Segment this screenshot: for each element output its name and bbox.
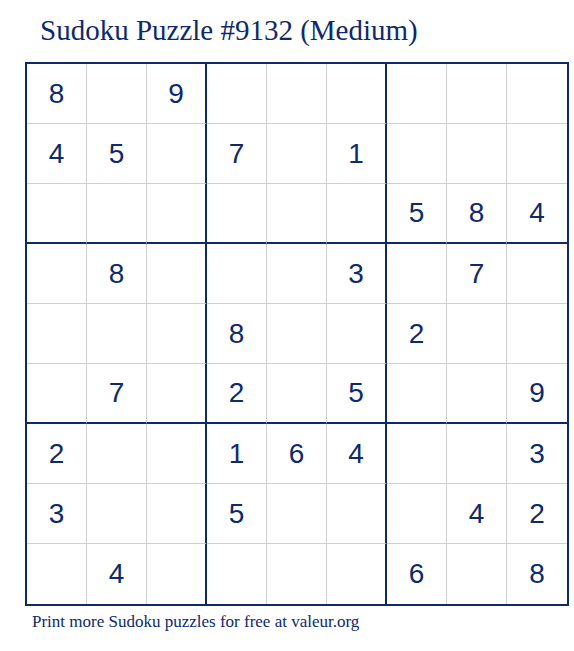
cell-r1c4 [207, 64, 267, 124]
cell-r3c9: 4 [507, 184, 567, 244]
cell-r9c5 [267, 544, 327, 604]
cell-r7c9: 3 [507, 424, 567, 484]
cell-r3c6 [327, 184, 387, 244]
cell-r9c8 [447, 544, 507, 604]
cell-r7c5: 6 [267, 424, 327, 484]
cell-r9c3 [147, 544, 207, 604]
cell-r3c4 [207, 184, 267, 244]
page-title: Sudoku Puzzle #9132 (Medium) [40, 14, 418, 47]
cell-r1c3: 9 [147, 64, 207, 124]
cell-r4c3 [147, 244, 207, 304]
cell-r3c2 [87, 184, 147, 244]
cell-r2c7 [387, 124, 447, 184]
cell-r1c6 [327, 64, 387, 124]
cell-r4c2: 8 [87, 244, 147, 304]
cell-r2c3 [147, 124, 207, 184]
cell-r7c7 [387, 424, 447, 484]
cell-r5c7: 2 [387, 304, 447, 364]
cell-r6c8 [447, 364, 507, 424]
cell-r7c4: 1 [207, 424, 267, 484]
cell-r9c6 [327, 544, 387, 604]
cell-r8c6 [327, 484, 387, 544]
cell-r6c1 [27, 364, 87, 424]
cell-r1c1: 8 [27, 64, 87, 124]
cell-r8c8: 4 [447, 484, 507, 544]
cell-r2c6: 1 [327, 124, 387, 184]
cell-r7c3 [147, 424, 207, 484]
cell-r6c6: 5 [327, 364, 387, 424]
cell-r8c5 [267, 484, 327, 544]
cell-r8c3 [147, 484, 207, 544]
cell-r6c2: 7 [87, 364, 147, 424]
cell-r5c9 [507, 304, 567, 364]
cell-r8c4: 5 [207, 484, 267, 544]
cell-r5c6 [327, 304, 387, 364]
cell-r4c7 [387, 244, 447, 304]
cell-r9c7: 6 [387, 544, 447, 604]
cell-r1c7 [387, 64, 447, 124]
cell-r9c1 [27, 544, 87, 604]
cell-r8c9: 2 [507, 484, 567, 544]
cell-r3c1 [27, 184, 87, 244]
cell-r5c5 [267, 304, 327, 364]
cell-r4c4 [207, 244, 267, 304]
cell-r1c5 [267, 64, 327, 124]
cell-r9c4 [207, 544, 267, 604]
cell-r5c3 [147, 304, 207, 364]
footer-text: Print more Sudoku puzzles for free at va… [32, 612, 359, 632]
cell-r6c9: 9 [507, 364, 567, 424]
cell-r2c2: 5 [87, 124, 147, 184]
cell-r1c8 [447, 64, 507, 124]
cell-r9c9: 8 [507, 544, 567, 604]
cell-r7c1: 2 [27, 424, 87, 484]
cell-r1c9 [507, 64, 567, 124]
cell-r4c8: 7 [447, 244, 507, 304]
cell-r8c1: 3 [27, 484, 87, 544]
cell-r2c8 [447, 124, 507, 184]
cell-r7c8 [447, 424, 507, 484]
cell-r7c6: 4 [327, 424, 387, 484]
cell-r2c4: 7 [207, 124, 267, 184]
cell-r5c8 [447, 304, 507, 364]
cell-r3c5 [267, 184, 327, 244]
sudoku-board: 894571584837827259216433542468 [25, 62, 569, 606]
cell-r2c9 [507, 124, 567, 184]
cell-r4c9 [507, 244, 567, 304]
cell-r6c5 [267, 364, 327, 424]
cell-r3c3 [147, 184, 207, 244]
cell-r4c1 [27, 244, 87, 304]
cell-r5c4: 8 [207, 304, 267, 364]
cell-r6c3 [147, 364, 207, 424]
cell-r9c2: 4 [87, 544, 147, 604]
cell-r6c4: 2 [207, 364, 267, 424]
cell-r4c6: 3 [327, 244, 387, 304]
cell-r2c1: 4 [27, 124, 87, 184]
cell-r3c7: 5 [387, 184, 447, 244]
cell-r1c2 [87, 64, 147, 124]
cell-r5c2 [87, 304, 147, 364]
cell-r5c1 [27, 304, 87, 364]
cell-r8c7 [387, 484, 447, 544]
cell-r3c8: 8 [447, 184, 507, 244]
cell-r2c5 [267, 124, 327, 184]
cell-r6c7 [387, 364, 447, 424]
cell-r8c2 [87, 484, 147, 544]
cell-r4c5 [267, 244, 327, 304]
cell-r7c2 [87, 424, 147, 484]
